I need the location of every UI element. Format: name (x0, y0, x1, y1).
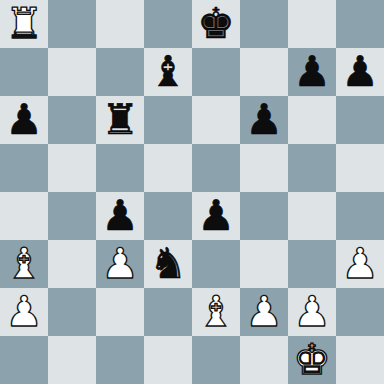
square-c8[interactable] (96, 0, 144, 48)
square-f3[interactable] (240, 240, 288, 288)
square-f5[interactable] (240, 144, 288, 192)
square-h4[interactable] (336, 192, 384, 240)
square-e7[interactable] (192, 48, 240, 96)
square-d6[interactable] (144, 96, 192, 144)
square-g7[interactable]: ♟ (288, 48, 336, 96)
square-e3[interactable] (192, 240, 240, 288)
square-f4[interactable] (240, 192, 288, 240)
square-b4[interactable] (48, 192, 96, 240)
square-b5[interactable] (48, 144, 96, 192)
square-h7[interactable]: ♟ (336, 48, 384, 96)
black-knight-d3[interactable]: ♞ (149, 240, 187, 288)
white-pawn-c3[interactable]: ♟ (101, 240, 139, 288)
black-king-e8[interactable]: ♚ (197, 0, 235, 48)
square-c1[interactable] (96, 336, 144, 384)
square-d7[interactable]: ♝ (144, 48, 192, 96)
black-pawn-e4[interactable]: ♟ (197, 192, 235, 240)
black-rook-c6[interactable]: ♜ (101, 96, 139, 144)
square-g4[interactable] (288, 192, 336, 240)
square-f1[interactable] (240, 336, 288, 384)
square-h1[interactable] (336, 336, 384, 384)
white-bishop-e2[interactable]: ♝ (197, 288, 235, 336)
square-c6[interactable]: ♜ (96, 96, 144, 144)
white-pawn-g2[interactable]: ♟ (293, 288, 331, 336)
square-e1[interactable] (192, 336, 240, 384)
square-e5[interactable] (192, 144, 240, 192)
square-c5[interactable] (96, 144, 144, 192)
square-d1[interactable] (144, 336, 192, 384)
white-rook-a8[interactable]: ♜ (5, 0, 43, 48)
square-b7[interactable] (48, 48, 96, 96)
square-a8[interactable]: ♜ (0, 0, 48, 48)
square-a2[interactable]: ♟ (0, 288, 48, 336)
square-g1[interactable]: ♚ (288, 336, 336, 384)
square-f8[interactable] (240, 0, 288, 48)
square-f2[interactable]: ♟ (240, 288, 288, 336)
square-b6[interactable] (48, 96, 96, 144)
square-b3[interactable] (48, 240, 96, 288)
square-b1[interactable] (48, 336, 96, 384)
square-g6[interactable] (288, 96, 336, 144)
square-h8[interactable] (336, 0, 384, 48)
square-h3[interactable]: ♟ (336, 240, 384, 288)
square-c2[interactable] (96, 288, 144, 336)
white-bishop-a3[interactable]: ♝ (5, 240, 43, 288)
square-e6[interactable] (192, 96, 240, 144)
black-pawn-g7[interactable]: ♟ (293, 48, 331, 96)
square-d2[interactable] (144, 288, 192, 336)
square-a6[interactable]: ♟ (0, 96, 48, 144)
square-a4[interactable] (0, 192, 48, 240)
square-f7[interactable] (240, 48, 288, 96)
square-a7[interactable] (0, 48, 48, 96)
square-f6[interactable]: ♟ (240, 96, 288, 144)
square-e4[interactable]: ♟ (192, 192, 240, 240)
square-h5[interactable] (336, 144, 384, 192)
square-b8[interactable] (48, 0, 96, 48)
square-h6[interactable] (336, 96, 384, 144)
square-e2[interactable]: ♝ (192, 288, 240, 336)
square-g5[interactable] (288, 144, 336, 192)
square-d4[interactable] (144, 192, 192, 240)
white-king-g1[interactable]: ♚ (293, 336, 331, 384)
square-g3[interactable] (288, 240, 336, 288)
square-d5[interactable] (144, 144, 192, 192)
chess-board: ♜♚♝♟♟♟♜♟♟♟♝♟♞♟♟♝♟♟♚ (0, 0, 384, 384)
black-bishop-d7[interactable]: ♝ (149, 48, 187, 96)
square-a5[interactable] (0, 144, 48, 192)
black-pawn-c4[interactable]: ♟ (101, 192, 139, 240)
square-g2[interactable]: ♟ (288, 288, 336, 336)
square-a1[interactable] (0, 336, 48, 384)
square-a3[interactable]: ♝ (0, 240, 48, 288)
square-c4[interactable]: ♟ (96, 192, 144, 240)
square-e8[interactable]: ♚ (192, 0, 240, 48)
square-c3[interactable]: ♟ (96, 240, 144, 288)
square-b2[interactable] (48, 288, 96, 336)
square-d3[interactable]: ♞ (144, 240, 192, 288)
white-pawn-a2[interactable]: ♟ (5, 288, 43, 336)
black-pawn-a6[interactable]: ♟ (5, 96, 43, 144)
square-g8[interactable] (288, 0, 336, 48)
white-pawn-h3[interactable]: ♟ (341, 240, 379, 288)
white-pawn-f2[interactable]: ♟ (245, 288, 283, 336)
square-c7[interactable] (96, 48, 144, 96)
black-pawn-f6[interactable]: ♟ (245, 96, 283, 144)
square-h2[interactable] (336, 288, 384, 336)
square-d8[interactable] (144, 0, 192, 48)
black-pawn-h7[interactable]: ♟ (341, 48, 379, 96)
